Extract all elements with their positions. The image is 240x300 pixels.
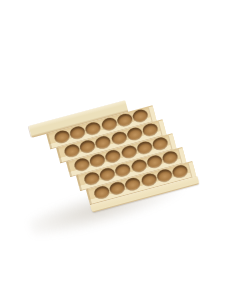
pit[interactable] — [99, 167, 117, 182]
pit[interactable] — [151, 136, 169, 151]
pit[interactable] — [53, 129, 71, 144]
pit[interactable] — [73, 157, 91, 172]
pit[interactable] — [141, 122, 159, 137]
pit[interactable] — [114, 162, 132, 177]
pit[interactable] — [89, 153, 107, 168]
pit[interactable] — [131, 108, 149, 123]
pit[interactable] — [116, 112, 134, 127]
pit[interactable] — [100, 117, 118, 132]
pit[interactable] — [146, 154, 164, 169]
pit[interactable] — [136, 140, 154, 155]
pit[interactable] — [140, 172, 158, 187]
pit[interactable] — [83, 171, 101, 186]
pit[interactable] — [69, 125, 87, 140]
pit[interactable] — [161, 150, 179, 165]
pit[interactable] — [109, 181, 127, 196]
pit[interactable] — [156, 168, 174, 183]
pit[interactable] — [126, 126, 144, 141]
pit[interactable] — [120, 144, 138, 159]
pit[interactable] — [85, 121, 103, 136]
pit[interactable] — [110, 130, 128, 145]
pit[interactable] — [130, 158, 148, 173]
pit[interactable] — [104, 149, 122, 164]
pit[interactable] — [171, 164, 189, 179]
pit[interactable] — [124, 176, 142, 191]
product-photo-background — [0, 0, 240, 300]
pit[interactable] — [93, 185, 111, 200]
pit[interactable] — [63, 143, 81, 158]
pit[interactable] — [94, 135, 112, 150]
pit[interactable] — [79, 139, 97, 154]
